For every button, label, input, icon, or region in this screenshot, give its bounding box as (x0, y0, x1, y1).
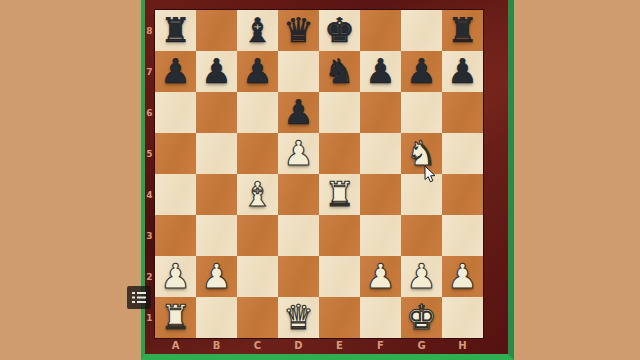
square-g6[interactable] (401, 92, 442, 133)
square-e5[interactable] (319, 133, 360, 174)
square-e6[interactable] (319, 92, 360, 133)
rank-label-4: 4 (145, 174, 154, 215)
background-blur-right (508, 0, 640, 360)
square-d6[interactable]: ♟ (278, 92, 319, 133)
piece-white-pawn-b2[interactable]: ♟ (201, 256, 231, 297)
file-label-h: H (442, 338, 483, 353)
piece-black-pawn-c7[interactable]: ♟ (242, 51, 272, 92)
square-c7[interactable]: ♟ (237, 51, 278, 92)
square-h6[interactable] (442, 92, 483, 133)
square-e3[interactable] (319, 215, 360, 256)
square-h2[interactable]: ♟ (442, 256, 483, 297)
square-a6[interactable] (155, 92, 196, 133)
move-list-button[interactable] (127, 286, 151, 309)
square-c4[interactable]: ♝ (237, 174, 278, 215)
square-c5[interactable] (237, 133, 278, 174)
square-f4[interactable] (360, 174, 401, 215)
square-b7[interactable]: ♟ (196, 51, 237, 92)
square-h8[interactable]: ♜ (442, 10, 483, 51)
square-c2[interactable] (237, 256, 278, 297)
square-h7[interactable]: ♟ (442, 51, 483, 92)
square-c8[interactable]: ♝ (237, 10, 278, 51)
square-h5[interactable] (442, 133, 483, 174)
piece-black-knight-e7[interactable]: ♞ (324, 51, 354, 92)
piece-white-queen-d1[interactable]: ♛ (283, 297, 313, 338)
square-a8[interactable]: ♜ (155, 10, 196, 51)
piece-white-pawn-h2[interactable]: ♟ (447, 256, 477, 297)
square-e7[interactable]: ♞ (319, 51, 360, 92)
square-e8[interactable]: ♚ (319, 10, 360, 51)
square-f3[interactable] (360, 215, 401, 256)
piece-black-pawn-g7[interactable]: ♟ (406, 51, 436, 92)
square-g8[interactable] (401, 10, 442, 51)
piece-white-pawn-f2[interactable]: ♟ (365, 256, 395, 297)
square-f8[interactable] (360, 10, 401, 51)
piece-white-rook-e4[interactable]: ♜ (324, 174, 354, 215)
file-label-a: A (155, 338, 196, 353)
square-a3[interactable] (155, 215, 196, 256)
square-b4[interactable] (196, 174, 237, 215)
square-c3[interactable] (237, 215, 278, 256)
square-h3[interactable] (442, 215, 483, 256)
square-f2[interactable]: ♟ (360, 256, 401, 297)
square-b5[interactable] (196, 133, 237, 174)
piece-black-bishop-c8[interactable]: ♝ (242, 10, 272, 51)
square-d4[interactable] (278, 174, 319, 215)
square-f5[interactable] (360, 133, 401, 174)
square-d2[interactable] (278, 256, 319, 297)
square-b1[interactable] (196, 297, 237, 338)
file-labels: ABCDEFGH (155, 338, 483, 353)
square-e1[interactable] (319, 297, 360, 338)
move-list-icon (132, 291, 146, 304)
square-b2[interactable]: ♟ (196, 256, 237, 297)
piece-white-pawn-d5[interactable]: ♟ (283, 133, 313, 174)
piece-white-rook-a1[interactable]: ♜ (160, 297, 190, 338)
rank-label-6: 6 (145, 92, 154, 133)
piece-white-pawn-g2[interactable]: ♟ (406, 256, 436, 297)
square-c1[interactable] (237, 297, 278, 338)
piece-black-pawn-h7[interactable]: ♟ (447, 51, 477, 92)
piece-white-knight-g5[interactable]: ♞ (406, 133, 436, 174)
square-h1[interactable] (442, 297, 483, 338)
square-g5[interactable]: ♞ (401, 133, 442, 174)
rank-label-5: 5 (145, 133, 154, 174)
piece-white-king-g1[interactable]: ♚ (406, 297, 436, 338)
square-a5[interactable] (155, 133, 196, 174)
file-label-f: F (360, 338, 401, 353)
piece-black-king-e8[interactable]: ♚ (324, 10, 354, 51)
square-a2[interactable]: ♟ (155, 256, 196, 297)
file-label-c: C (237, 338, 278, 353)
file-label-e: E (319, 338, 360, 353)
piece-black-queen-d8[interactable]: ♛ (283, 10, 313, 51)
square-d7[interactable] (278, 51, 319, 92)
square-e2[interactable] (319, 256, 360, 297)
square-a7[interactable]: ♟ (155, 51, 196, 92)
square-h4[interactable] (442, 174, 483, 215)
file-label-g: G (401, 338, 442, 353)
square-f6[interactable] (360, 92, 401, 133)
square-d3[interactable] (278, 215, 319, 256)
piece-black-pawn-b7[interactable]: ♟ (201, 51, 231, 92)
square-b6[interactable] (196, 92, 237, 133)
square-f1[interactable] (360, 297, 401, 338)
square-g4[interactable] (401, 174, 442, 215)
square-d5[interactable]: ♟ (278, 133, 319, 174)
square-c6[interactable] (237, 92, 278, 133)
piece-black-pawn-a7[interactable]: ♟ (160, 51, 190, 92)
piece-black-rook-a8[interactable]: ♜ (160, 10, 190, 51)
piece-black-pawn-f7[interactable]: ♟ (365, 51, 395, 92)
piece-black-pawn-d6[interactable]: ♟ (283, 92, 313, 133)
piece-white-pawn-a2[interactable]: ♟ (160, 256, 190, 297)
rank-label-3: 3 (145, 215, 154, 256)
square-g2[interactable]: ♟ (401, 256, 442, 297)
square-f7[interactable]: ♟ (360, 51, 401, 92)
background-blur-left (0, 0, 145, 360)
piece-black-rook-h8[interactable]: ♜ (447, 10, 477, 51)
square-a1[interactable]: ♜ (155, 297, 196, 338)
square-a4[interactable] (155, 174, 196, 215)
square-g7[interactable]: ♟ (401, 51, 442, 92)
square-g3[interactable] (401, 215, 442, 256)
piece-white-bishop-c4[interactable]: ♝ (242, 174, 272, 215)
square-b3[interactable] (196, 215, 237, 256)
square-g1[interactable]: ♚ (401, 297, 442, 338)
board-squares: ♜♝♛♚♜♟♟♟♞♟♟♟♟♟♞♝♜♟♟♟♟♟♜♛♚ (154, 9, 484, 339)
square-b8[interactable] (196, 10, 237, 51)
square-d1[interactable]: ♛ (278, 297, 319, 338)
square-e4[interactable]: ♜ (319, 174, 360, 215)
file-label-b: B (196, 338, 237, 353)
rank-label-8: 8 (145, 10, 154, 51)
square-d8[interactable]: ♛ (278, 10, 319, 51)
file-label-d: D (278, 338, 319, 353)
chess-board: 87654321 ABCDEFGH ♜♝♛♚♜♟♟♟♞♟♟♟♟♟♞♝♜♟♟♟♟♟… (141, 0, 514, 360)
rank-label-7: 7 (145, 51, 154, 92)
